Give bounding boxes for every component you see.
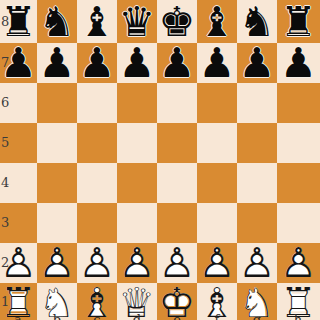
piece-white-pawn[interactable]: ♟♙ xyxy=(237,243,277,283)
file-label-h: h xyxy=(294,313,302,320)
square-d3[interactable] xyxy=(117,203,157,243)
square-f4[interactable] xyxy=(197,163,237,203)
chess-board: ♜♞♝♛♚♝♞♜♟♟♟♟♟♟♟♟♟♙♟♙♟♙♟♙♟♙♟♙♟♙♟♙♜♖♞♘♝♗♛♕… xyxy=(0,0,320,320)
piece-black-pawn[interactable]: ♟ xyxy=(157,43,197,83)
square-c7[interactable]: ♟ xyxy=(77,43,117,83)
rank-label-2: 2 xyxy=(1,256,9,269)
square-d5[interactable] xyxy=(117,123,157,163)
square-c2[interactable]: ♟♙ xyxy=(77,243,117,283)
square-f3[interactable] xyxy=(197,203,237,243)
piece-black-knight[interactable]: ♞ xyxy=(37,2,77,42)
rank-label-8: 8 xyxy=(1,15,9,28)
square-d7[interactable]: ♟ xyxy=(117,43,157,83)
square-g8[interactable]: ♞ xyxy=(237,0,277,43)
piece-black-king[interactable]: ♚ xyxy=(157,2,197,42)
file-label-e: e xyxy=(173,313,181,320)
piece-black-bishop[interactable]: ♝ xyxy=(77,2,117,42)
square-g3[interactable] xyxy=(237,203,277,243)
file-label-a: a xyxy=(14,313,22,320)
rank-label-1: 1 xyxy=(1,295,9,308)
piece-black-bishop[interactable]: ♝ xyxy=(197,2,237,42)
square-c8[interactable]: ♝ xyxy=(77,0,117,43)
file-label-g: g xyxy=(253,313,261,320)
piece-black-pawn[interactable]: ♟ xyxy=(117,43,157,83)
rank-label-5: 5 xyxy=(1,136,9,149)
rank-label-3: 3 xyxy=(1,216,9,229)
piece-white-pawn[interactable]: ♟♙ xyxy=(37,243,77,283)
rank-label-6: 6 xyxy=(1,96,9,109)
square-g6[interactable] xyxy=(237,83,277,123)
square-h8[interactable]: ♜ xyxy=(277,0,320,43)
square-c6[interactable] xyxy=(77,83,117,123)
rank-label-4: 4 xyxy=(1,176,9,189)
file-label-b: b xyxy=(53,313,61,320)
piece-black-pawn[interactable]: ♟ xyxy=(237,43,277,83)
square-e4[interactable] xyxy=(157,163,197,203)
square-b6[interactable] xyxy=(37,83,77,123)
square-f6[interactable] xyxy=(197,83,237,123)
piece-black-rook[interactable]: ♜ xyxy=(277,2,320,42)
file-label-c: c xyxy=(93,313,100,320)
piece-black-queen[interactable]: ♛ xyxy=(117,2,157,42)
file-label-d: d xyxy=(133,313,141,320)
square-f8[interactable]: ♝ xyxy=(197,0,237,43)
square-e3[interactable] xyxy=(157,203,197,243)
square-b3[interactable] xyxy=(37,203,77,243)
piece-black-pawn[interactable]: ♟ xyxy=(37,43,77,83)
square-e5[interactable] xyxy=(157,123,197,163)
piece-white-pawn[interactable]: ♟♙ xyxy=(77,243,117,283)
square-c3[interactable] xyxy=(77,203,117,243)
piece-black-pawn[interactable]: ♟ xyxy=(197,43,237,83)
square-h4[interactable] xyxy=(277,163,320,203)
square-g2[interactable]: ♟♙ xyxy=(237,243,277,283)
square-d2[interactable]: ♟♙ xyxy=(117,243,157,283)
piece-white-pawn[interactable]: ♟♙ xyxy=(117,243,157,283)
piece-white-pawn[interactable]: ♟♙ xyxy=(277,243,320,283)
square-c4[interactable] xyxy=(77,163,117,203)
square-b7[interactable]: ♟ xyxy=(37,43,77,83)
square-g5[interactable] xyxy=(237,123,277,163)
chess-app: ♜♞♝♛♚♝♞♜♟♟♟♟♟♟♟♟♟♙♟♙♟♙♟♙♟♙♟♙♟♙♟♙♜♖♞♘♝♗♛♕… xyxy=(0,0,320,320)
square-f5[interactable] xyxy=(197,123,237,163)
piece-white-pawn[interactable]: ♟♙ xyxy=(197,243,237,283)
square-f7[interactable]: ♟ xyxy=(197,43,237,83)
square-h5[interactable] xyxy=(277,123,320,163)
piece-black-knight[interactable]: ♞ xyxy=(237,2,277,42)
square-e7[interactable]: ♟ xyxy=(157,43,197,83)
square-e6[interactable] xyxy=(157,83,197,123)
square-b8[interactable]: ♞ xyxy=(37,0,77,43)
piece-white-pawn[interactable]: ♟♙ xyxy=(157,243,197,283)
square-e8[interactable]: ♚ xyxy=(157,0,197,43)
square-b4[interactable] xyxy=(37,163,77,203)
piece-black-pawn[interactable]: ♟ xyxy=(77,43,117,83)
square-c5[interactable] xyxy=(77,123,117,163)
piece-black-pawn[interactable]: ♟ xyxy=(277,43,320,83)
rank-label-7: 7 xyxy=(1,56,9,69)
square-h2[interactable]: ♟♙ xyxy=(277,243,320,283)
square-e2[interactable]: ♟♙ xyxy=(157,243,197,283)
square-g4[interactable] xyxy=(237,163,277,203)
square-f2[interactable]: ♟♙ xyxy=(197,243,237,283)
square-h7[interactable]: ♟ xyxy=(277,43,320,83)
square-d6[interactable] xyxy=(117,83,157,123)
square-b2[interactable]: ♟♙ xyxy=(37,243,77,283)
square-h3[interactable] xyxy=(277,203,320,243)
square-d4[interactable] xyxy=(117,163,157,203)
square-g7[interactable]: ♟ xyxy=(237,43,277,83)
square-d8[interactable]: ♛ xyxy=(117,0,157,43)
file-label-f: f xyxy=(215,313,220,320)
square-h6[interactable] xyxy=(277,83,320,123)
square-b5[interactable] xyxy=(37,123,77,163)
